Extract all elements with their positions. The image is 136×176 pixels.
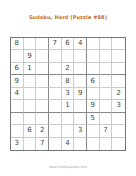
- sudoku-cell-r9c9[interactable]: [112, 138, 125, 150]
- sudoku-cell-r9c2[interactable]: [24, 138, 37, 150]
- sudoku-cell-r7c3[interactable]: [36, 113, 49, 125]
- sudoku-grid: 87649612986439219356237374: [10, 37, 126, 151]
- sudoku-cell-r1c8[interactable]: [100, 38, 113, 50]
- sudoku-cell-r1c9[interactable]: [112, 38, 125, 50]
- sudoku-given-r1c1: 8: [11, 38, 24, 50]
- sudoku-page: Sudoku, Hard (Puzzle #88) 87649612986439…: [0, 0, 136, 176]
- sudoku-given-r6c5: 1: [62, 100, 75, 112]
- sudoku-given-r5c6: 9: [74, 88, 87, 100]
- sudoku-cell-r3c9[interactable]: [112, 63, 125, 75]
- sudoku-given-r6c7: 9: [87, 100, 100, 112]
- sudoku-cell-r2c8[interactable]: [100, 50, 113, 62]
- sudoku-given-r9c5: 4: [62, 138, 75, 150]
- sudoku-cell-r8c1[interactable]: [11, 125, 24, 137]
- footer-url: www.PrintMySudoku.com: [0, 165, 136, 169]
- sudoku-cell-r4c9[interactable]: [112, 75, 125, 87]
- sudoku-given-r7c7: 5: [87, 113, 100, 125]
- sudoku-given-r4c7: 6: [87, 75, 100, 87]
- sudoku-cell-r3c6[interactable]: [74, 63, 87, 75]
- sudoku-cell-r9c4[interactable]: [49, 138, 62, 150]
- sudoku-cell-r3c7[interactable]: [87, 63, 100, 75]
- sudoku-given-r1c4: 7: [49, 38, 62, 50]
- sudoku-cell-r7c5[interactable]: [62, 113, 75, 125]
- sudoku-cell-r7c8[interactable]: [100, 113, 113, 125]
- sudoku-cell-r1c7[interactable]: [87, 38, 100, 50]
- sudoku-cell-r2c7[interactable]: [87, 50, 100, 62]
- sudoku-cell-r4c4[interactable]: [49, 75, 62, 87]
- sudoku-given-r3c1: 6: [11, 63, 24, 75]
- sudoku-cell-r9c7[interactable]: [87, 138, 100, 150]
- sudoku-cell-r7c2[interactable]: [24, 113, 37, 125]
- sudoku-cell-r5c3[interactable]: [36, 88, 49, 100]
- sudoku-given-r1c6: 4: [74, 38, 87, 50]
- sudoku-cell-r6c3[interactable]: [36, 100, 49, 112]
- sudoku-given-r5c9: 2: [112, 88, 125, 100]
- sudoku-cell-r5c7[interactable]: [87, 88, 100, 100]
- sudoku-cell-r6c6[interactable]: [74, 100, 87, 112]
- sudoku-given-r3c2: 1: [24, 63, 37, 75]
- sudoku-cell-r7c1[interactable]: [11, 113, 24, 125]
- sudoku-cell-r3c8[interactable]: [100, 63, 113, 75]
- sudoku-cell-r3c4[interactable]: [49, 63, 62, 75]
- sudoku-given-r5c5: 3: [62, 88, 75, 100]
- sudoku-cell-r4c6[interactable]: [74, 75, 87, 87]
- sudoku-cell-r7c9[interactable]: [112, 113, 125, 125]
- sudoku-cell-r5c8[interactable]: [100, 88, 113, 100]
- sudoku-cell-r3c3[interactable]: [36, 63, 49, 75]
- sudoku-cell-r6c4[interactable]: [49, 100, 62, 112]
- sudoku-given-r4c1: 9: [11, 75, 24, 87]
- sudoku-cell-r7c4[interactable]: [49, 113, 62, 125]
- sudoku-cell-r9c6[interactable]: [74, 138, 87, 150]
- sudoku-cell-r8c7[interactable]: [87, 125, 100, 137]
- sudoku-cell-r5c4[interactable]: [49, 88, 62, 100]
- sudoku-given-r2c2: 9: [24, 50, 37, 62]
- sudoku-cell-r8c9[interactable]: [112, 125, 125, 137]
- sudoku-cell-r8c5[interactable]: [62, 125, 75, 137]
- sudoku-cell-r4c3[interactable]: [36, 75, 49, 87]
- sudoku-cell-r6c2[interactable]: [24, 100, 37, 112]
- sudoku-given-r3c5: 2: [62, 63, 75, 75]
- sudoku-cell-r8c4[interactable]: [49, 125, 62, 137]
- sudoku-given-r9c3: 7: [36, 138, 49, 150]
- sudoku-given-r4c5: 8: [62, 75, 75, 87]
- sudoku-cell-r1c2[interactable]: [24, 38, 37, 50]
- sudoku-given-r8c2: 6: [24, 125, 37, 137]
- sudoku-cell-r6c1[interactable]: [11, 100, 24, 112]
- sudoku-cell-r9c8[interactable]: [100, 138, 113, 150]
- sudoku-given-r8c8: 7: [100, 125, 113, 137]
- sudoku-given-r1c5: 6: [62, 38, 75, 50]
- sudoku-cell-r2c6[interactable]: [74, 50, 87, 62]
- sudoku-cell-r2c3[interactable]: [36, 50, 49, 62]
- page-title: Sudoku, Hard (Puzzle #88): [0, 14, 136, 21]
- sudoku-cell-r2c5[interactable]: [62, 50, 75, 62]
- sudoku-cell-r1c3[interactable]: [36, 38, 49, 50]
- sudoku-cell-r7c6[interactable]: [74, 113, 87, 125]
- sudoku-cell-r2c4[interactable]: [49, 50, 62, 62]
- sudoku-given-r5c1: 4: [11, 88, 24, 100]
- sudoku-given-r9c1: 3: [11, 138, 24, 150]
- sudoku-cell-r5c2[interactable]: [24, 88, 37, 100]
- sudoku-given-r6c9: 3: [112, 100, 125, 112]
- sudoku-cell-r4c8[interactable]: [100, 75, 113, 87]
- sudoku-given-r8c6: 3: [74, 125, 87, 137]
- sudoku-cell-r2c9[interactable]: [112, 50, 125, 62]
- sudoku-cell-r6c8[interactable]: [100, 100, 113, 112]
- sudoku-cell-r4c2[interactable]: [24, 75, 37, 87]
- sudoku-given-r8c3: 2: [36, 125, 49, 137]
- sudoku-cell-r2c1[interactable]: [11, 50, 24, 62]
